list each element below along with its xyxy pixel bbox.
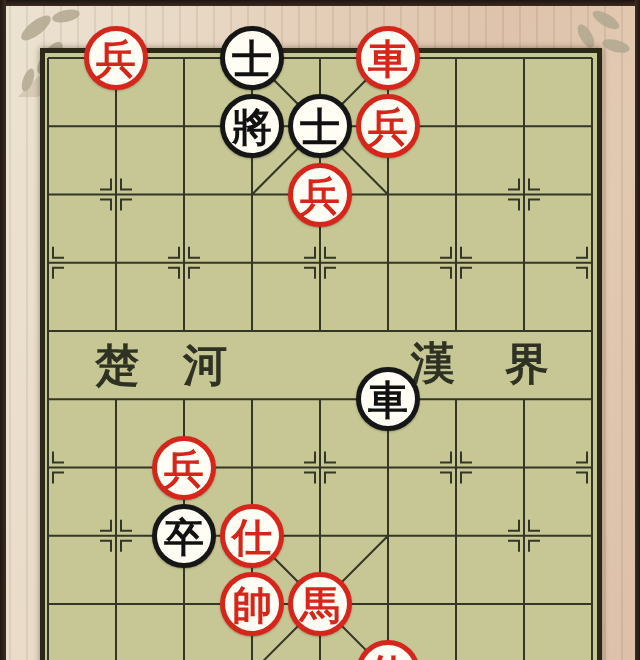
red-general[interactable]: 帥 [220,572,284,636]
red-soldier[interactable]: 兵 [356,94,420,158]
frame-edge-top [0,0,640,6]
xiangqi-app: 楚 河 漢 界 兵士車將士兵兵車兵卒仕帥馬仕 [0,0,640,660]
piece-glyph: 兵 [368,107,408,147]
frame-edge-left [0,0,6,660]
black-soldier[interactable]: 卒 [152,504,216,568]
black-advisor[interactable]: 士 [220,26,284,90]
frame-edge-right [635,0,640,660]
piece-glyph: 兵 [96,39,136,79]
red-soldier[interactable]: 兵 [84,26,148,90]
piece-glyph: 車 [368,380,408,420]
piece-glyph: 卒 [164,517,204,557]
red-soldier[interactable]: 兵 [288,163,352,227]
piece-glyph: 兵 [164,449,204,489]
red-advisor[interactable]: 仕 [220,504,284,568]
piece-glyph: 帥 [232,585,272,625]
black-advisor[interactable]: 士 [288,94,352,158]
piece-glyph: 將 [232,107,272,147]
piece-glyph: 車 [368,39,408,79]
piece-glyph: 士 [232,39,272,79]
red-chariot[interactable]: 車 [356,26,420,90]
red-soldier[interactable]: 兵 [152,436,216,500]
black-general[interactable]: 將 [220,94,284,158]
river-label-jie: 界 [505,342,549,386]
red-horse[interactable]: 馬 [288,572,352,636]
river-label-he: 河 [183,343,227,387]
river-label-chu: 楚 [95,343,139,387]
piece-glyph: 士 [300,107,340,147]
piece-glyph: 馬 [300,585,340,625]
piece-glyph: 仕 [232,517,272,557]
xiangqi-board[interactable]: 楚 河 漢 界 兵士車將士兵兵車兵卒仕帥馬仕 [40,48,602,660]
piece-glyph: 兵 [300,176,340,216]
red-advisor[interactable]: 仕 [356,640,420,660]
river-label-han: 漢 [411,341,455,385]
piece-glyph: 仕 [368,653,408,660]
black-chariot[interactable]: 車 [356,367,420,431]
